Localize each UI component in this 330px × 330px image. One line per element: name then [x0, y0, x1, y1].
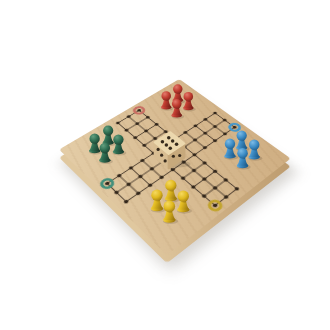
- board-lattice: [59, 79, 291, 255]
- ludo-board: [59, 79, 291, 255]
- product-photo-scene: [0, 0, 330, 330]
